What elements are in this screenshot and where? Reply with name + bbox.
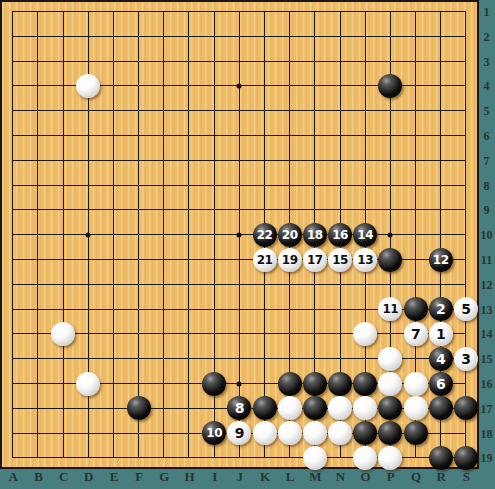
- move-number: 11: [382, 303, 398, 315]
- column-label-Q: Q: [411, 470, 421, 484]
- row-label-16: 16: [479, 377, 494, 392]
- grid-line-horizontal: [12, 284, 466, 285]
- column-label-G: G: [159, 470, 169, 484]
- column-label-B: B: [34, 470, 43, 484]
- row-label-15: 15: [479, 352, 494, 367]
- move-number: 20: [282, 229, 298, 241]
- stone-black-F17[interactable]: [127, 396, 151, 420]
- stone-white-L17[interactable]: [278, 396, 302, 420]
- stone-white-K18[interactable]: [253, 421, 277, 445]
- move-number: 18: [307, 229, 323, 241]
- column-label-C: C: [59, 470, 68, 484]
- stone-white-S13[interactable]: 5: [454, 297, 478, 321]
- stone-black-R11[interactable]: 12: [429, 248, 453, 272]
- stone-white-C14[interactable]: [51, 322, 75, 346]
- column-label-H: H: [184, 470, 194, 484]
- move-number: 17: [307, 254, 323, 266]
- stone-black-P11[interactable]: [378, 248, 402, 272]
- row-label-5: 5: [479, 104, 494, 119]
- stone-white-P13[interactable]: 11: [378, 297, 402, 321]
- go-board-diagram: 22201816142119171513121125714368109ABCDE…: [0, 0, 495, 489]
- row-label-3: 3: [479, 54, 494, 69]
- move-number: 1: [436, 327, 445, 341]
- stone-black-M17[interactable]: [303, 396, 327, 420]
- stone-white-D16[interactable]: [76, 372, 100, 396]
- stone-black-O10[interactable]: 14: [353, 223, 377, 247]
- column-label-R: R: [436, 470, 445, 484]
- stone-white-O19[interactable]: [353, 446, 377, 470]
- move-number: 19: [282, 254, 298, 266]
- row-label-19: 19: [479, 451, 494, 466]
- stone-white-N17[interactable]: [328, 396, 352, 420]
- stone-black-M10[interactable]: 18: [303, 223, 327, 247]
- row-label-9: 9: [479, 203, 494, 218]
- star-point: [86, 232, 91, 237]
- stone-black-P18[interactable]: [378, 421, 402, 445]
- row-label-11: 11: [479, 253, 494, 268]
- stone-black-L10[interactable]: 20: [278, 223, 302, 247]
- move-number: 2: [436, 302, 445, 316]
- stone-white-N18[interactable]: [328, 421, 352, 445]
- row-label-13: 13: [479, 302, 494, 317]
- row-label-14: 14: [479, 327, 494, 342]
- stone-white-L11[interactable]: 19: [278, 248, 302, 272]
- move-number: 5: [461, 302, 470, 316]
- stone-white-J18[interactable]: 9: [227, 421, 251, 445]
- stone-black-K17[interactable]: [253, 396, 277, 420]
- column-label-E: E: [110, 470, 119, 484]
- stone-white-S15[interactable]: 3: [454, 347, 478, 371]
- row-label-17: 17: [479, 401, 494, 416]
- stone-white-R14[interactable]: 1: [429, 322, 453, 346]
- stone-white-Q17[interactable]: [404, 396, 428, 420]
- star-point: [237, 232, 242, 237]
- row-label-6: 6: [479, 129, 494, 144]
- stone-black-R19[interactable]: [429, 446, 453, 470]
- star-point: [388, 232, 393, 237]
- row-label-4: 4: [479, 79, 494, 94]
- stone-white-M11[interactable]: 17: [303, 248, 327, 272]
- move-number: 12: [433, 254, 449, 266]
- move-number: 14: [357, 229, 373, 241]
- move-number: 15: [332, 254, 348, 266]
- move-number: 10: [206, 427, 222, 439]
- move-number: 22: [257, 229, 273, 241]
- star-point: [237, 381, 242, 386]
- stone-white-P15[interactable]: [378, 347, 402, 371]
- row-label-18: 18: [479, 426, 494, 441]
- column-label-A: A: [9, 470, 18, 484]
- stone-black-M16[interactable]: [303, 372, 327, 396]
- star-point: [237, 83, 242, 88]
- row-label-8: 8: [479, 178, 494, 193]
- column-label-S: S: [463, 470, 470, 484]
- move-number: 6: [436, 377, 445, 391]
- grid-line-horizontal: [12, 333, 466, 334]
- column-label-O: O: [361, 470, 371, 484]
- stone-black-J17[interactable]: 8: [227, 396, 251, 420]
- stone-black-R16[interactable]: 6: [429, 372, 453, 396]
- move-number: 16: [332, 229, 348, 241]
- stone-black-Q13[interactable]: [404, 297, 428, 321]
- move-number: 7: [411, 327, 420, 341]
- row-label-12: 12: [479, 277, 494, 292]
- stone-black-S19[interactable]: [454, 446, 478, 470]
- grid-line-vertical: [465, 11, 466, 458]
- stone-black-N10[interactable]: 16: [328, 223, 352, 247]
- row-label-2: 2: [479, 29, 494, 44]
- column-label-F: F: [135, 470, 143, 484]
- stone-white-O17[interactable]: [353, 396, 377, 420]
- column-label-I: I: [212, 470, 217, 484]
- stone-black-S17[interactable]: [454, 396, 478, 420]
- stone-white-P16[interactable]: [378, 372, 402, 396]
- stone-white-D4[interactable]: [76, 74, 100, 98]
- column-label-D: D: [84, 470, 93, 484]
- column-label-K: K: [260, 470, 270, 484]
- stone-black-P17[interactable]: [378, 396, 402, 420]
- move-number: 9: [235, 426, 244, 440]
- stone-black-O16[interactable]: [353, 372, 377, 396]
- move-number: 8: [235, 401, 244, 415]
- stone-white-M18[interactable]: [303, 421, 327, 445]
- column-label-L: L: [286, 470, 295, 484]
- stone-white-Q14[interactable]: 7: [404, 322, 428, 346]
- stone-white-K11[interactable]: 21: [253, 248, 277, 272]
- stone-white-O14[interactable]: [353, 322, 377, 346]
- stone-black-K10[interactable]: 22: [253, 223, 277, 247]
- stone-black-L16[interactable]: [278, 372, 302, 396]
- stone-black-P4[interactable]: [378, 74, 402, 98]
- move-number: 21: [257, 254, 273, 266]
- stone-black-I16[interactable]: [202, 372, 226, 396]
- column-label-J: J: [237, 470, 244, 484]
- stone-white-L18[interactable]: [278, 421, 302, 445]
- row-label-1: 1: [479, 5, 494, 20]
- move-number: 4: [436, 352, 445, 366]
- stone-white-M19[interactable]: [303, 446, 327, 470]
- move-number: 13: [357, 254, 373, 266]
- stone-white-O11[interactable]: 13: [353, 248, 377, 272]
- stone-black-I18[interactable]: 10: [202, 421, 226, 445]
- column-label-M: M: [309, 470, 321, 484]
- stone-white-P19[interactable]: [378, 446, 402, 470]
- stone-black-R17[interactable]: [429, 396, 453, 420]
- stone-white-N11[interactable]: 15: [328, 248, 352, 272]
- column-label-P: P: [387, 470, 395, 484]
- move-number: 3: [461, 352, 470, 366]
- stone-black-R15[interactable]: 4: [429, 347, 453, 371]
- row-label-10: 10: [479, 228, 494, 243]
- stone-black-N16[interactable]: [328, 372, 352, 396]
- stone-white-Q16[interactable]: [404, 372, 428, 396]
- stone-black-O18[interactable]: [353, 421, 377, 445]
- stone-black-R13[interactable]: 2: [429, 297, 453, 321]
- stone-black-Q18[interactable]: [404, 421, 428, 445]
- row-label-7: 7: [479, 153, 494, 168]
- column-label-N: N: [336, 470, 345, 484]
